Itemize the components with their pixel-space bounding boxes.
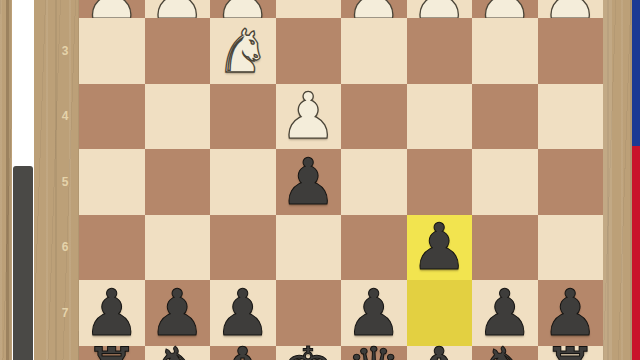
square-c4[interactable] <box>407 84 473 150</box>
square-d4[interactable] <box>341 84 407 150</box>
piece-white-knight[interactable]: ♞ <box>216 21 270 81</box>
square-c8[interactable]: ♝ <box>407 346 473 360</box>
piece-black-king[interactable]: ♚ <box>281 339 335 360</box>
square-g2[interactable]: ♟ <box>145 0 211 18</box>
square-e6[interactable] <box>276 215 342 281</box>
square-b2[interactable]: ♟ <box>472 0 538 18</box>
square-h2[interactable]: ♟ <box>79 0 145 18</box>
piece-black-knight[interactable]: ♞ <box>150 339 204 360</box>
square-c6[interactable]: ♟ <box>407 215 473 281</box>
square-d5[interactable] <box>341 149 407 215</box>
square-a3[interactable] <box>538 18 604 84</box>
square-a6[interactable] <box>538 215 604 281</box>
piece-black-rook[interactable]: ♜ <box>543 339 597 360</box>
piece-black-bishop[interactable]: ♝ <box>412 339 466 360</box>
rank-label-5: 5 <box>56 175 74 189</box>
square-a8[interactable]: ♜ <box>538 346 604 360</box>
square-g3[interactable] <box>145 18 211 84</box>
square-b3[interactable] <box>472 18 538 84</box>
square-b8[interactable]: ♞ <box>472 346 538 360</box>
square-b4[interactable] <box>472 84 538 150</box>
square-c3[interactable] <box>407 18 473 84</box>
square-e3[interactable] <box>276 18 342 84</box>
square-g4[interactable] <box>145 84 211 150</box>
square-g8[interactable]: ♞ <box>145 346 211 360</box>
piece-black-rook[interactable]: ♜ <box>85 339 139 360</box>
square-f4[interactable] <box>210 84 276 150</box>
wood-seam <box>603 0 612 360</box>
rank-label-3: 3 <box>56 44 74 58</box>
square-e8[interactable]: ♚ <box>276 346 342 360</box>
square-c2[interactable]: ♟ <box>407 0 473 18</box>
piece-black-knight[interactable]: ♞ <box>478 339 532 360</box>
scrollbar-thumb[interactable] <box>13 166 33 360</box>
square-b6[interactable] <box>472 215 538 281</box>
square-h3[interactable] <box>79 18 145 84</box>
square-c5[interactable] <box>407 149 473 215</box>
square-g6[interactable] <box>145 215 211 281</box>
square-e5[interactable]: ♟ <box>276 149 342 215</box>
piece-black-bishop[interactable]: ♝ <box>216 339 270 360</box>
chess-board: ♟♟♟♟♟♟♟♞♟♟♟♟♟♟♟♟♟♜♞♝♚♛♝♞♜ <box>79 0 603 360</box>
square-d8[interactable]: ♛ <box>341 346 407 360</box>
wood-grain-line <box>6 0 9 360</box>
right-strip-blue <box>632 0 640 146</box>
square-a2[interactable]: ♟ <box>538 0 604 18</box>
square-h4[interactable] <box>79 84 145 150</box>
right-strip-red <box>632 146 640 360</box>
square-f6[interactable] <box>210 215 276 281</box>
square-b5[interactable] <box>472 149 538 215</box>
square-e4[interactable]: ♟ <box>276 84 342 150</box>
piece-white-pawn[interactable]: ♟ <box>280 84 337 148</box>
square-d6[interactable] <box>341 215 407 281</box>
square-a5[interactable] <box>538 149 604 215</box>
app-canvas: ♟♟♟♟♟♟♟♞♟♟♟♟♟♟♟♟♟♜♞♝♚♛♝♞♜ 34567 <box>0 0 640 360</box>
square-h6[interactable] <box>79 215 145 281</box>
rank-label-6: 6 <box>56 240 74 254</box>
square-h8[interactable]: ♜ <box>79 346 145 360</box>
square-d2[interactable]: ♟ <box>341 0 407 18</box>
square-a4[interactable] <box>538 84 604 150</box>
square-f8[interactable]: ♝ <box>210 346 276 360</box>
piece-black-queen[interactable]: ♛ <box>347 339 401 360</box>
square-e2[interactable] <box>276 0 342 18</box>
rank-label-7: 7 <box>56 306 74 320</box>
square-f3[interactable]: ♞ <box>210 18 276 84</box>
square-d3[interactable] <box>341 18 407 84</box>
square-g5[interactable] <box>145 149 211 215</box>
square-h5[interactable] <box>79 149 145 215</box>
square-f5[interactable] <box>210 149 276 215</box>
piece-black-pawn[interactable]: ♟ <box>280 150 337 214</box>
piece-black-pawn[interactable]: ♟ <box>411 215 468 279</box>
rank-label-4: 4 <box>56 109 74 123</box>
